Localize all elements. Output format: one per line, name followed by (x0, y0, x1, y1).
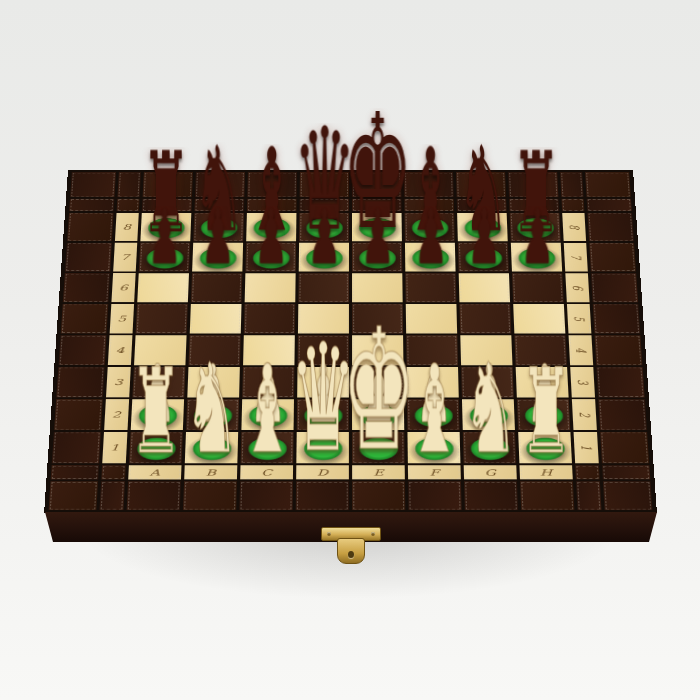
piece-light-knight-b1[interactable]: ♞ (183, 359, 238, 461)
square-d1[interactable]: ♛ (296, 432, 349, 463)
border-tile (54, 399, 103, 430)
border-tile (117, 172, 140, 197)
border-tile (576, 481, 601, 510)
square-b1[interactable]: ♞ (185, 432, 238, 463)
square-f1[interactable]: ♝ (407, 432, 460, 463)
square-h5[interactable] (513, 304, 565, 333)
border-tile (127, 481, 181, 510)
rank-label-text: 8 (567, 225, 580, 230)
rank-label-right-8: 8 (562, 213, 586, 241)
rank-label-text: 2 (112, 411, 121, 419)
rank-label-left-6: 6 (111, 273, 135, 302)
piece-dark-pawn-h7[interactable]: ♟ (520, 206, 554, 269)
piece-dark-pawn-e7[interactable]: ♟ (360, 206, 394, 269)
rank-label-right-5: 5 (567, 304, 591, 333)
square-a1[interactable]: ♜ (129, 432, 183, 463)
rank-label-text: 7 (569, 255, 583, 260)
border-tile (408, 481, 461, 510)
piece-dark-pawn-b7[interactable]: ♟ (200, 206, 234, 269)
border-tile (593, 304, 640, 333)
rank-label-text: 5 (117, 315, 126, 323)
square-c6[interactable] (245, 273, 296, 302)
piece-light-bishop-f1[interactable]: ♝ (407, 361, 461, 460)
border-tile (596, 367, 644, 397)
border-tile (603, 481, 652, 510)
border-tile (56, 367, 104, 397)
file-label-text: H (540, 468, 553, 476)
border-tile (65, 243, 112, 272)
piece-dark-pawn-g7[interactable]: ♟ (466, 206, 500, 269)
piece-light-rook-h1[interactable]: ♜ (519, 364, 572, 461)
border-tile (561, 199, 584, 212)
rank-label-text: 1 (110, 443, 119, 451)
square-a6[interactable] (137, 273, 189, 302)
file-label-g: G (464, 465, 517, 479)
piece-dark-pawn-a7[interactable]: ♟ (147, 206, 181, 269)
border-tile (59, 335, 107, 365)
rank-label-left-1: 1 (102, 432, 127, 463)
rank-label-text: 1 (579, 445, 593, 450)
border-tile (575, 465, 599, 479)
border-tile (52, 432, 101, 463)
file-label-b: B (184, 465, 237, 479)
chess-board: 8♜♞♝♛♚♝♞♜87♟♟♟♟♟♟♟♟7665544332♟♟♟♟♟♟♟♟21♜… (44, 170, 657, 513)
border-tile (70, 172, 116, 197)
file-label-text: F (429, 468, 439, 476)
rank-label-text: 5 (572, 316, 586, 321)
piece-light-queen-d1[interactable]: ♛ (289, 338, 355, 460)
border-tile (49, 481, 98, 510)
border-tile (587, 213, 633, 241)
rank-label-right-1: 1 (574, 432, 599, 463)
rank-label-text: 4 (574, 348, 588, 353)
border-tile (600, 432, 649, 463)
rank-label-text: 6 (571, 285, 585, 290)
border-tile (595, 335, 643, 365)
border-tile (63, 273, 110, 302)
border-tile (69, 199, 114, 212)
rank-label-left-7: 7 (113, 243, 137, 272)
square-g7[interactable]: ♟ (458, 243, 509, 272)
photo-background: 8♜♞♝♛♚♝♞♜87♟♟♟♟♟♟♟♟7665544332♟♟♟♟♟♟♟♟21♜… (0, 0, 700, 700)
piece-dark-pawn-f7[interactable]: ♟ (413, 206, 447, 269)
rank-label-right-3: 3 (570, 367, 595, 397)
border-tile (51, 465, 99, 479)
border-tile (585, 172, 631, 197)
square-c1[interactable]: ♝ (241, 432, 294, 463)
border-tile (602, 465, 650, 479)
clasp-screw-icon (327, 532, 331, 536)
square-a5[interactable] (136, 304, 188, 333)
file-label-e: E (352, 465, 405, 479)
rank-label-right-6: 6 (565, 273, 589, 302)
rank-label-text: 3 (576, 380, 590, 385)
file-label-text: A (150, 468, 160, 476)
file-label-f: F (408, 465, 461, 479)
border-tile (520, 481, 574, 510)
square-h7[interactable]: ♟ (511, 243, 562, 272)
rank-label-left-2: 2 (104, 399, 129, 430)
square-a7[interactable]: ♟ (139, 243, 190, 272)
file-label-d: D (296, 465, 349, 479)
piece-light-bishop-c1[interactable]: ♝ (240, 361, 294, 460)
rank-label-left-8: 8 (115, 213, 139, 241)
border-tile (589, 243, 636, 272)
border-tile (117, 199, 140, 212)
file-label-a: A (128, 465, 181, 479)
square-b7[interactable]: ♟ (192, 243, 243, 272)
rank-label-text: 8 (122, 223, 131, 230)
square-g5[interactable] (459, 304, 511, 333)
clasp-screw-icon (371, 532, 375, 536)
border-tile (61, 304, 108, 333)
square-d7[interactable]: ♟ (299, 243, 349, 272)
border-tile (598, 399, 647, 430)
rank-label-text: 4 (116, 346, 125, 354)
border-tile (100, 481, 125, 510)
piece-light-knight-g1[interactable]: ♞ (462, 359, 517, 461)
square-g6[interactable] (459, 273, 510, 302)
border-tile (183, 481, 237, 510)
border-tile (296, 481, 349, 510)
rank-label-right-7: 7 (564, 243, 588, 272)
rank-label-text: 2 (577, 412, 591, 417)
border-tile (587, 199, 632, 212)
file-label-text: D (317, 468, 328, 476)
clasp-hole-icon (348, 551, 354, 558)
brass-clasp-tongue (337, 538, 365, 564)
piece-light-rook-a1[interactable]: ♜ (129, 364, 182, 461)
file-label-text: G (484, 468, 495, 476)
square-b5[interactable] (190, 304, 242, 333)
rank-label-text: 6 (119, 284, 128, 292)
border-tile (352, 481, 405, 510)
border-tile (67, 213, 113, 241)
file-label-text: B (206, 468, 217, 476)
border-tile (464, 481, 518, 510)
rank-label-text: 7 (121, 253, 130, 261)
border-tile (591, 273, 638, 302)
piece-dark-pawn-d7[interactable]: ♟ (307, 206, 341, 269)
rank-label-text: 3 (114, 378, 123, 386)
file-label-text: E (373, 468, 383, 476)
rank-label-left-3: 3 (106, 367, 131, 397)
rank-label-right-2: 2 (572, 399, 597, 430)
square-c5[interactable] (244, 304, 295, 333)
square-f7[interactable]: ♟ (405, 243, 456, 272)
border-tile (560, 172, 583, 197)
file-label-h: H (519, 465, 572, 479)
square-h1[interactable]: ♜ (518, 432, 572, 463)
file-label-c: C (240, 465, 293, 479)
square-g1[interactable]: ♞ (463, 432, 516, 463)
border-tile (239, 481, 292, 510)
square-e1[interactable]: ♚ (352, 432, 405, 463)
square-e7[interactable]: ♟ (352, 243, 402, 272)
piece-dark-pawn-c7[interactable]: ♟ (253, 206, 287, 269)
file-label-text: C (261, 468, 272, 476)
square-c7[interactable]: ♟ (245, 243, 296, 272)
square-b6[interactable] (191, 273, 242, 302)
border-tile (101, 465, 125, 479)
rank-label-left-5: 5 (110, 304, 134, 333)
square-h6[interactable] (512, 273, 564, 302)
